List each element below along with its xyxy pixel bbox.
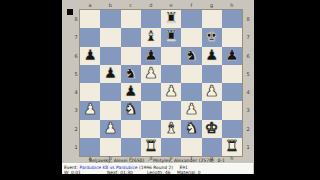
square-d7: ♝ — [141, 28, 161, 46]
rank-label-8: 8 — [245, 10, 251, 28]
black-pawn: ♟ — [222, 46, 242, 64]
black-pawn: ♟ — [100, 64, 120, 82]
square-h8 — [222, 10, 242, 28]
square-a1 — [80, 138, 100, 156]
rank-label-7: 7 — [245, 28, 251, 46]
square-b8 — [100, 10, 120, 28]
square-f5 — [181, 65, 201, 83]
white-king: ♚ — [202, 119, 222, 137]
square-g5 — [202, 65, 222, 83]
square-d4 — [141, 83, 161, 101]
square-b4 — [100, 83, 120, 101]
square-a7 — [80, 28, 100, 46]
square-e7: ♜ — [161, 28, 181, 46]
square-d5: ♟ — [141, 65, 161, 83]
square-b5: ♟ — [100, 65, 120, 83]
square-a6: ♟ — [80, 47, 100, 65]
square-g6: ♟ — [202, 47, 222, 65]
white-knight: ♞ — [121, 100, 141, 118]
white-pawn: ♟ — [141, 64, 161, 82]
file-label-a: a — [80, 2, 100, 8]
square-f2: ♞ — [181, 120, 201, 138]
square-b7 — [100, 28, 120, 46]
black-pawn: ♟ — [202, 46, 222, 64]
square-e2: ♝ — [161, 120, 181, 138]
black-king: ♚ — [202, 27, 222, 45]
square-f6: ♞ — [181, 47, 201, 65]
white-knight: ♞ — [181, 119, 201, 137]
file-label-c: c — [121, 2, 141, 8]
square-h1: ♜ — [222, 138, 242, 156]
square-c4: ♟ — [121, 83, 141, 101]
square-g3 — [202, 101, 222, 119]
square-c5: ♞ — [121, 65, 141, 83]
square-d8 — [141, 10, 161, 28]
rank-label-4: 4 — [245, 83, 251, 101]
square-e1 — [161, 138, 181, 156]
rank-label-2: 2 — [73, 120, 79, 138]
file-label-h: h — [222, 2, 242, 8]
rank-labels-left: 87654321 — [73, 10, 79, 156]
rank-label-6: 6 — [245, 47, 251, 65]
next-move-time: Next: 01:30 — [107, 170, 133, 175]
square-a2 — [80, 120, 100, 138]
black-bishop: ♝ — [141, 27, 161, 45]
square-d1: ♜ — [141, 138, 161, 156]
square-h3 — [222, 101, 242, 119]
square-h5 — [222, 65, 242, 83]
game-info-box: Event: Pardubice KB vs Pardubice (1996 R… — [62, 163, 253, 174]
black-rook: ♜ — [161, 9, 181, 27]
square-f8 — [181, 10, 201, 28]
square-e6 — [161, 47, 181, 65]
white-bishop: ♝ — [161, 119, 181, 137]
square-f3: ♟ — [181, 101, 201, 119]
rank-label-3: 3 — [73, 101, 79, 119]
square-d2 — [141, 120, 161, 138]
square-f4 — [181, 83, 201, 101]
clock-white: W: 0:01 — [64, 170, 81, 175]
rank-label-7: 7 — [73, 28, 79, 46]
square-a5 — [80, 65, 100, 83]
rank-label-3: 3 — [245, 101, 251, 119]
square-a4 — [80, 83, 100, 101]
square-f1 — [181, 138, 201, 156]
chess-board: ♜♝♜♚♟♟♞♟♟♟♞♟♟♟♟♟♞♟♟♝♞♚♜♜ — [80, 10, 242, 156]
square-b2: ♟ — [100, 120, 120, 138]
white-pawn: ♟ — [161, 82, 181, 100]
black-knight: ♞ — [181, 46, 201, 64]
square-c3: ♞ — [121, 101, 141, 119]
file-label-g: g — [202, 2, 222, 8]
square-b1 — [100, 138, 120, 156]
black-rook: ♜ — [161, 27, 181, 45]
square-c8 — [121, 10, 141, 28]
square-a8 — [80, 10, 100, 28]
white-rook: ♜ — [141, 137, 161, 155]
material-balance: Material: 0 — [177, 170, 201, 175]
white-pawn: ♟ — [181, 100, 201, 118]
square-b3 — [100, 101, 120, 119]
game-length: Length: 46 — [147, 170, 171, 175]
square-c6 — [121, 47, 141, 65]
black-knight: ♞ — [121, 64, 141, 82]
rank-label-6: 6 — [73, 47, 79, 65]
file-label-f: f — [181, 2, 201, 8]
file-label-e: e — [161, 2, 181, 8]
square-g2: ♚ — [202, 120, 222, 138]
square-e4: ♟ — [161, 83, 181, 101]
file-labels-top: abcdefgh — [80, 2, 242, 8]
black-pawn: ♟ — [121, 82, 141, 100]
square-e5 — [161, 65, 181, 83]
rank-label-5: 5 — [245, 65, 251, 83]
black-pawn: ♟ — [80, 46, 100, 64]
rank-label-4: 4 — [73, 83, 79, 101]
square-d3 — [141, 101, 161, 119]
square-g1 — [202, 138, 222, 156]
square-h7 — [222, 28, 242, 46]
rank-label-5: 5 — [73, 65, 79, 83]
square-g4: ♟ — [202, 83, 222, 101]
stats-line: W: 0:01 Next: 01:30 Length: 46 Material:… — [62, 170, 253, 174]
square-f7 — [181, 28, 201, 46]
square-g7: ♚ — [202, 28, 222, 46]
white-pawn: ♟ — [202, 82, 222, 100]
rank-label-1: 1 — [73, 138, 79, 156]
white-rook: ♜ — [222, 137, 242, 155]
square-h4 — [222, 83, 242, 101]
square-c2 — [121, 120, 141, 138]
square-e3 — [161, 101, 181, 119]
square-b6 — [100, 47, 120, 65]
square-c7 — [121, 28, 141, 46]
square-c1 — [121, 138, 141, 156]
square-g8 — [202, 10, 222, 28]
black-pawn: ♟ — [141, 46, 161, 64]
rank-label-1: 1 — [245, 138, 251, 156]
square-d6: ♟ — [141, 47, 161, 65]
white-pawn: ♟ — [100, 119, 120, 137]
white-pawn: ♟ — [80, 100, 100, 118]
square-h2 — [222, 120, 242, 138]
file-label-b: b — [100, 2, 120, 8]
file-label-d: d — [141, 2, 161, 8]
square-e8: ♜ — [161, 10, 181, 28]
rank-label-8: 8 — [73, 10, 79, 28]
rank-label-2: 2 — [245, 120, 251, 138]
rank-labels-right: 87654321 — [245, 10, 251, 156]
board-panel: abcdefgh 87654321 87654321 ♜♝♜♚♟♟♞♟♟♟♞♟♟… — [62, 0, 254, 174]
square-h6: ♟ — [222, 47, 242, 65]
square-a3: ♟ — [80, 101, 100, 119]
